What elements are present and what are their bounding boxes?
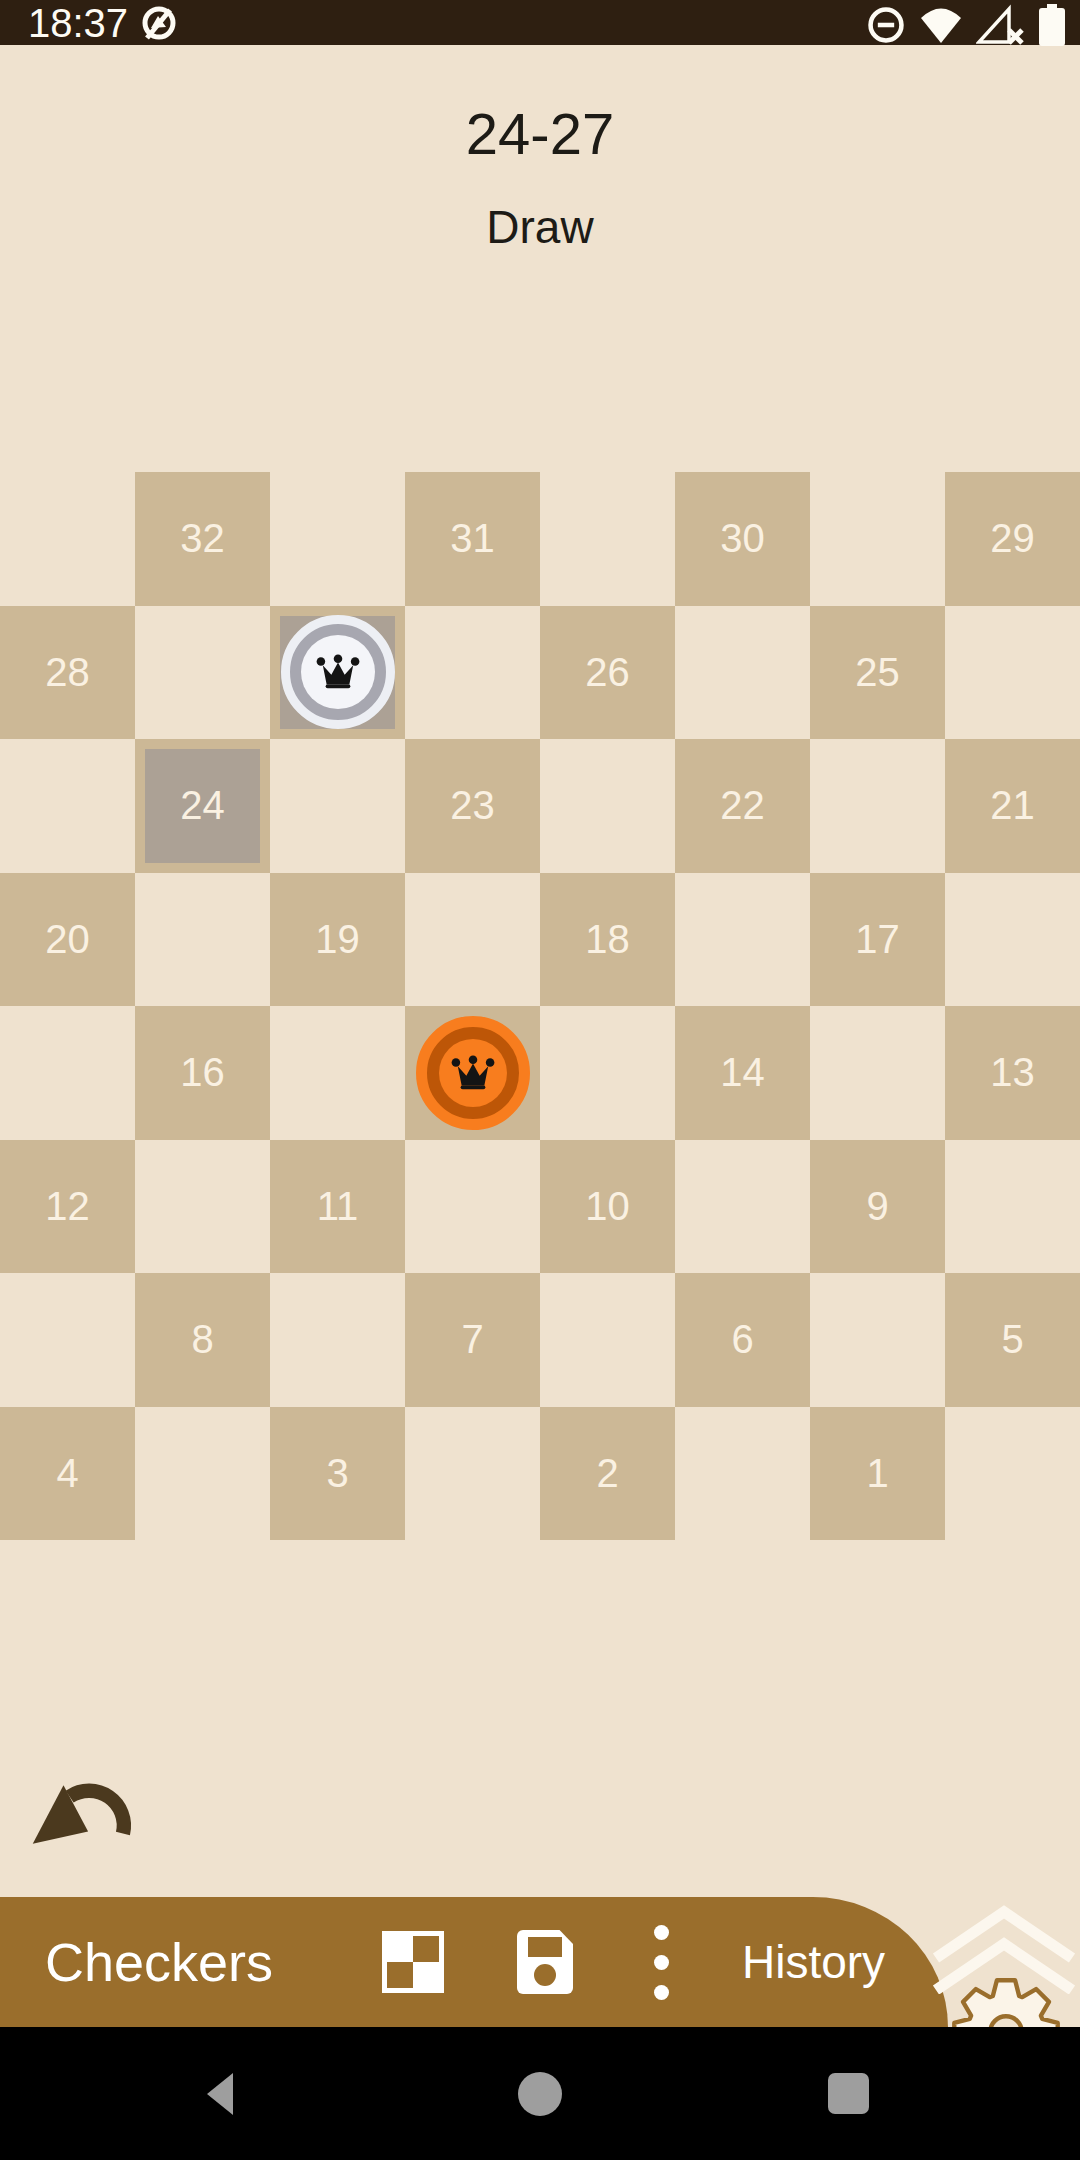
square-number: 11 (270, 1140, 405, 1274)
square-number: 18 (540, 873, 675, 1007)
square-29[interactable]: 29 (945, 472, 1080, 606)
square-number: 21 (945, 739, 1080, 873)
battery-icon (1038, 4, 1066, 46)
history-button[interactable]: History (742, 1897, 885, 2027)
square-4[interactable]: 4 (0, 1407, 135, 1541)
square-25[interactable]: 25 (810, 606, 945, 740)
light-square (810, 1006, 945, 1140)
square-number: 12 (0, 1140, 135, 1274)
light-square (945, 606, 1080, 740)
light-square (540, 1006, 675, 1140)
square-7[interactable]: 7 (405, 1273, 540, 1407)
light-square (810, 472, 945, 606)
square-27[interactable] (270, 606, 405, 740)
square-number: 9 (810, 1140, 945, 1274)
light-square (135, 873, 270, 1007)
square-number: 13 (945, 1006, 1080, 1140)
square-10[interactable]: 10 (540, 1140, 675, 1274)
square-number: 24 (135, 739, 270, 873)
square-17[interactable]: 17 (810, 873, 945, 1007)
light-square (810, 1273, 945, 1407)
square-26[interactable]: 26 (540, 606, 675, 740)
light-square (0, 1006, 135, 1140)
light-square (270, 1273, 405, 1407)
square-number: 23 (405, 739, 540, 873)
square-number: 1 (810, 1407, 945, 1541)
light-square (675, 606, 810, 740)
square-number: 22 (675, 739, 810, 873)
board[interactable]: 3231302928262524232221201918171614131211… (0, 472, 1080, 1540)
square-31[interactable]: 31 (405, 472, 540, 606)
game-result-text: Draw (0, 200, 1080, 254)
wifi-icon (918, 5, 964, 45)
light-square (540, 472, 675, 606)
undo-arrow-icon (30, 1772, 138, 1854)
square-number: 8 (135, 1273, 270, 1407)
square-13[interactable]: 13 (945, 1006, 1080, 1140)
square-22[interactable]: 22 (675, 739, 810, 873)
light-square (675, 1407, 810, 1541)
square-32[interactable]: 32 (135, 472, 270, 606)
square-30[interactable]: 30 (675, 472, 810, 606)
light-square (135, 1407, 270, 1541)
crown-icon (450, 1054, 496, 1092)
app-title: Checkers (45, 1897, 273, 2027)
light-square (945, 1140, 1080, 1274)
light-square (810, 739, 945, 873)
square-number: 31 (405, 472, 540, 606)
square-number: 17 (810, 873, 945, 1007)
light-square (540, 1273, 675, 1407)
square-number: 25 (810, 606, 945, 740)
square-8[interactable]: 8 (135, 1273, 270, 1407)
square-12[interactable]: 12 (0, 1140, 135, 1274)
square-number: 29 (945, 472, 1080, 606)
light-square (0, 472, 135, 606)
status-icons (866, 4, 1066, 46)
checkers-app-screen: 18:37 (0, 0, 1080, 2160)
square-6[interactable]: 6 (675, 1273, 810, 1407)
no-signal-icon (976, 4, 1026, 46)
light-square (135, 606, 270, 740)
square-1[interactable]: 1 (810, 1407, 945, 1541)
square-number: 26 (540, 606, 675, 740)
white-king-piece[interactable] (281, 615, 395, 729)
square-16[interactable]: 16 (135, 1006, 270, 1140)
light-square (945, 1407, 1080, 1541)
square-9[interactable]: 9 (810, 1140, 945, 1274)
light-square (405, 1407, 540, 1541)
back-icon[interactable] (205, 2071, 235, 2117)
last-move-text: 24-27 (0, 100, 1080, 167)
square-5[interactable]: 5 (945, 1273, 1080, 1407)
light-square (0, 739, 135, 873)
app-notification-icon (138, 2, 180, 48)
home-icon[interactable] (518, 2072, 562, 2116)
light-square (135, 1140, 270, 1274)
light-square (270, 739, 405, 873)
status-bar: 18:37 (0, 0, 1080, 45)
square-28[interactable]: 28 (0, 606, 135, 740)
light-square (270, 472, 405, 606)
square-number: 16 (135, 1006, 270, 1140)
square-3[interactable]: 3 (270, 1407, 405, 1541)
square-14[interactable]: 14 (675, 1006, 810, 1140)
square-15[interactable] (405, 1006, 540, 1140)
do-not-disturb-icon (866, 5, 906, 45)
square-19[interactable]: 19 (270, 873, 405, 1007)
crown-icon (315, 653, 361, 691)
light-square (405, 873, 540, 1007)
square-18[interactable]: 18 (540, 873, 675, 1007)
square-number: 2 (540, 1407, 675, 1541)
light-square (945, 873, 1080, 1007)
overflow-menu-button[interactable] (653, 1925, 669, 2000)
square-number: 14 (675, 1006, 810, 1140)
save-button[interactable] (517, 1930, 573, 1994)
board-theme-icon[interactable] (382, 1931, 444, 1993)
square-number: 4 (0, 1407, 135, 1541)
square-number: 6 (675, 1273, 810, 1407)
clock: 18:37 (28, 1, 128, 46)
square-number: 10 (540, 1140, 675, 1274)
light-square (405, 1140, 540, 1274)
square-number: 19 (270, 873, 405, 1007)
square-20[interactable]: 20 (0, 873, 135, 1007)
light-square (0, 1273, 135, 1407)
settings-button[interactable] (928, 1902, 1080, 2027)
light-square (675, 873, 810, 1007)
square-23[interactable]: 23 (405, 739, 540, 873)
square-number: 32 (135, 472, 270, 606)
save-icon (528, 1937, 562, 1957)
square-number: 30 (675, 472, 810, 606)
square-21[interactable]: 21 (945, 739, 1080, 873)
recents-icon[interactable] (828, 2073, 869, 2114)
square-24[interactable]: 24 (135, 739, 270, 873)
light-square (675, 1140, 810, 1274)
square-number: 5 (945, 1273, 1080, 1407)
light-square (405, 606, 540, 740)
square-number: 7 (405, 1273, 540, 1407)
square-number: 3 (270, 1407, 405, 1541)
light-square (270, 1006, 405, 1140)
square-2[interactable]: 2 (540, 1407, 675, 1541)
light-square (540, 739, 675, 873)
orange-king-piece[interactable] (416, 1016, 530, 1130)
square-number: 20 (0, 873, 135, 1007)
square-number: 28 (0, 606, 135, 740)
square-11[interactable]: 11 (270, 1140, 405, 1274)
undo-button[interactable] (30, 1772, 138, 1854)
